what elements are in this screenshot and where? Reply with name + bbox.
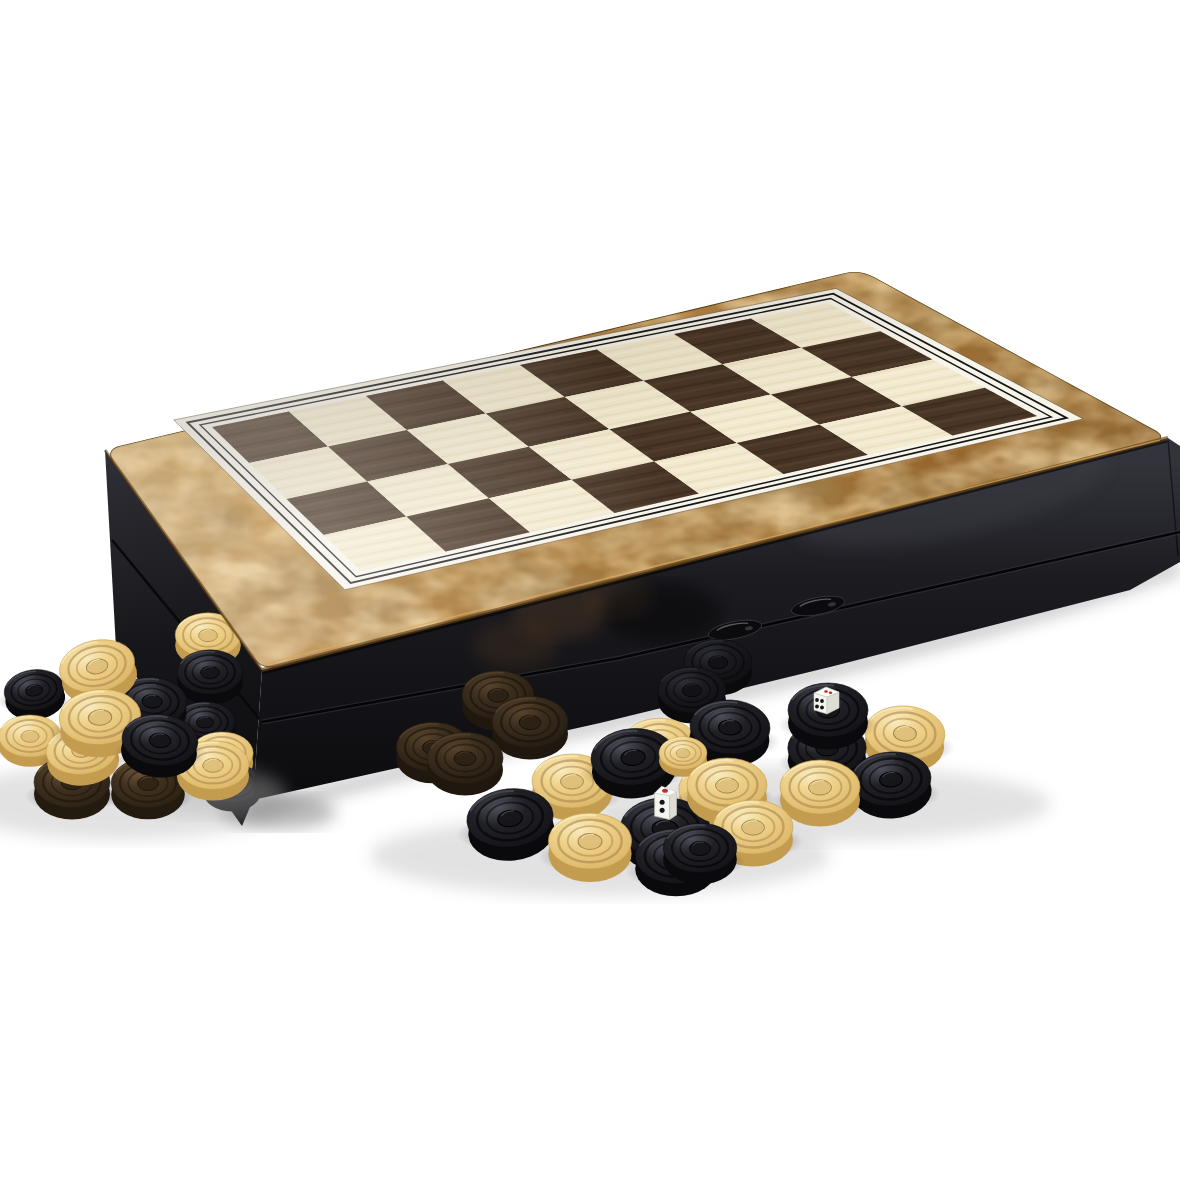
product-photo-stage xyxy=(0,0,1180,1180)
checker-cream xyxy=(548,813,631,882)
checker-black xyxy=(663,823,737,884)
die xyxy=(814,687,839,714)
checker-black xyxy=(177,650,243,705)
game-box-scene xyxy=(0,0,1180,1180)
checker-cream xyxy=(780,760,860,827)
checker-shadowbrown xyxy=(492,696,568,759)
checker-shadowbrown xyxy=(427,732,503,795)
die xyxy=(655,786,677,819)
